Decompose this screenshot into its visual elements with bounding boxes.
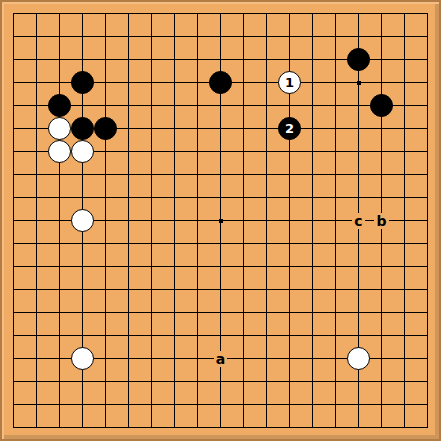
intersection-K16 bbox=[209, 71, 232, 94]
black-stone-E14 bbox=[94, 117, 117, 140]
star-point-dot bbox=[219, 219, 223, 223]
intersection-R15 bbox=[370, 94, 393, 117]
star-point-dot bbox=[357, 81, 361, 85]
white-stone-D4 bbox=[71, 347, 94, 370]
intersection-C14 bbox=[48, 117, 71, 140]
white-stone-D10 bbox=[71, 209, 94, 232]
intersection-D4 bbox=[71, 347, 94, 370]
point-label-a: a bbox=[209, 347, 232, 370]
intersection-C15 bbox=[48, 94, 71, 117]
go-board: acb21 bbox=[0, 0, 441, 441]
black-stone-D14 bbox=[71, 117, 94, 140]
intersection-C13 bbox=[48, 140, 71, 163]
point-label-c: c bbox=[347, 209, 370, 232]
intersection-E14 bbox=[94, 117, 117, 140]
white-stone-C14 bbox=[48, 117, 71, 140]
black-stone-D16 bbox=[71, 71, 94, 94]
point-label-text-a: a bbox=[214, 351, 227, 367]
white-stone-N16-move-1: 1 bbox=[278, 71, 301, 94]
intersection-D16 bbox=[71, 71, 94, 94]
black-stone-R15 bbox=[370, 94, 393, 117]
intersection-N14: 2 bbox=[278, 117, 301, 140]
star-point-Q16 bbox=[347, 71, 370, 94]
intersection-D13 bbox=[71, 140, 94, 163]
white-stone-C13 bbox=[48, 140, 71, 163]
point-label-text-b: b bbox=[374, 213, 388, 229]
intersection-D10 bbox=[71, 209, 94, 232]
black-stone-K16 bbox=[209, 71, 232, 94]
go-board-grid: acb21 bbox=[2, 2, 439, 439]
white-stone-Q4 bbox=[347, 347, 370, 370]
point-label-text-c: c bbox=[352, 213, 364, 229]
star-point-K10 bbox=[209, 209, 232, 232]
intersection-Q17 bbox=[347, 48, 370, 71]
white-stone-D13 bbox=[71, 140, 94, 163]
black-stone-N14-move-2: 2 bbox=[278, 117, 301, 140]
point-label-b: b bbox=[370, 209, 393, 232]
intersection-Q4 bbox=[347, 347, 370, 370]
black-stone-C15 bbox=[48, 94, 71, 117]
intersection-N16: 1 bbox=[278, 71, 301, 94]
black-stone-Q17 bbox=[347, 48, 370, 71]
intersection-D14 bbox=[71, 117, 94, 140]
